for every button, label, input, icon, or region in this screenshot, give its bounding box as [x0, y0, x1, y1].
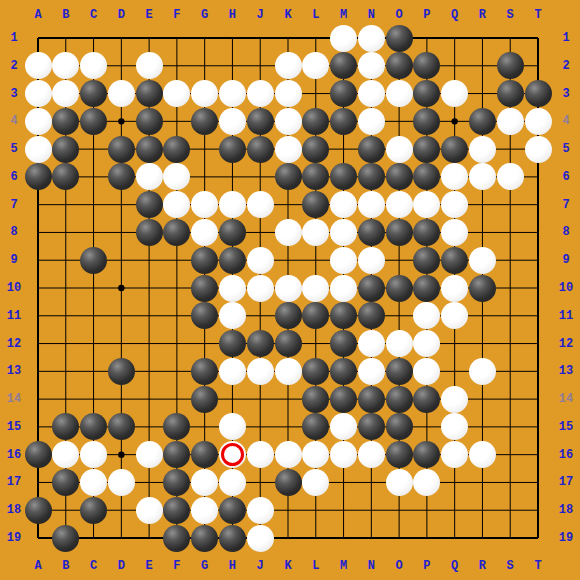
row-label-right: 7	[562, 199, 569, 211]
col-label-top: B	[62, 9, 69, 21]
stone-black	[136, 136, 163, 163]
stone-black	[52, 108, 79, 135]
row-label-right: 8	[562, 226, 569, 238]
row-label-right: 4	[562, 115, 569, 127]
col-label-bottom: K	[284, 560, 291, 572]
stone-black	[358, 413, 385, 440]
stone-black	[163, 136, 190, 163]
stone-black	[358, 136, 385, 163]
stone-black	[80, 80, 107, 107]
row-label-left: 11	[7, 310, 21, 322]
stone-black	[191, 275, 218, 302]
stone-white	[358, 80, 385, 107]
stone-white	[247, 275, 274, 302]
stone-black	[108, 136, 135, 163]
star-point	[118, 451, 124, 457]
stone-white	[219, 302, 246, 329]
col-label-bottom: T	[534, 560, 541, 572]
stone-black	[219, 525, 246, 552]
stone-white	[330, 275, 357, 302]
stone-black	[25, 441, 52, 468]
stone-white	[191, 469, 218, 496]
stone-white	[219, 80, 246, 107]
stone-black	[191, 358, 218, 385]
stone-black	[108, 358, 135, 385]
stone-black	[136, 108, 163, 135]
col-label-top: E	[146, 9, 153, 21]
stone-black	[247, 108, 274, 135]
stone-white	[386, 191, 413, 218]
stone-black	[25, 497, 52, 524]
stone-black	[330, 330, 357, 357]
stone-black	[497, 80, 524, 107]
star-point	[118, 285, 124, 291]
stone-white	[358, 247, 385, 274]
stone-white	[358, 108, 385, 135]
row-label-left: 3	[10, 88, 17, 100]
stone-black	[80, 497, 107, 524]
stone-black	[191, 108, 218, 135]
stone-black	[386, 358, 413, 385]
stone-black	[386, 219, 413, 246]
col-label-bottom: R	[479, 560, 486, 572]
stone-white	[441, 275, 468, 302]
col-label-bottom: D	[118, 560, 125, 572]
row-label-left: 15	[7, 421, 21, 433]
stone-white	[191, 497, 218, 524]
stone-black	[469, 275, 496, 302]
row-label-right: 9	[562, 254, 569, 266]
stone-black	[386, 386, 413, 413]
stone-white	[275, 358, 302, 385]
stone-black	[52, 136, 79, 163]
stone-black	[191, 525, 218, 552]
row-label-right: 12	[559, 338, 573, 350]
star-point	[451, 118, 457, 124]
col-label-top: O	[396, 9, 403, 21]
stone-white	[136, 52, 163, 79]
stone-black	[191, 386, 218, 413]
stone-white	[386, 469, 413, 496]
col-label-top: A	[34, 9, 41, 21]
stone-black	[330, 80, 357, 107]
stone-white	[25, 80, 52, 107]
row-label-right: 19	[559, 532, 573, 544]
stone-white	[80, 469, 107, 496]
stone-black	[386, 275, 413, 302]
col-label-top: R	[479, 9, 486, 21]
row-label-left: 1	[10, 32, 17, 44]
stone-black	[413, 275, 440, 302]
stone-black	[386, 163, 413, 190]
stone-black	[108, 163, 135, 190]
stone-white	[108, 469, 135, 496]
col-label-top: G	[201, 9, 208, 21]
stone-black	[219, 136, 246, 163]
col-label-top: C	[90, 9, 97, 21]
row-label-left: 4	[10, 115, 17, 127]
row-label-left: 14	[7, 393, 21, 405]
col-label-bottom: O	[396, 560, 403, 572]
stone-black	[358, 302, 385, 329]
row-label-right: 2	[562, 60, 569, 72]
stone-white	[469, 358, 496, 385]
stone-white	[80, 441, 107, 468]
stone-white	[136, 497, 163, 524]
stone-black	[413, 386, 440, 413]
row-label-left: 9	[10, 254, 17, 266]
stone-white	[219, 469, 246, 496]
stone-black	[358, 163, 385, 190]
stone-white	[330, 25, 357, 52]
stone-white	[247, 191, 274, 218]
col-label-bottom: C	[90, 560, 97, 572]
stone-white	[25, 108, 52, 135]
col-label-top: N	[368, 9, 375, 21]
col-label-top: D	[118, 9, 125, 21]
row-label-left: 13	[7, 365, 21, 377]
row-label-right: 1	[562, 32, 569, 44]
stone-black	[219, 219, 246, 246]
col-label-top: P	[423, 9, 430, 21]
go-board-screen: AABBCCDDEEFFGGHHJJKKLLMMNNOOPPQQRRSSTT11…	[0, 0, 580, 580]
stone-white	[330, 191, 357, 218]
stone-black	[497, 52, 524, 79]
stone-white	[108, 80, 135, 107]
row-label-left: 8	[10, 226, 17, 238]
stone-black	[247, 136, 274, 163]
col-label-bottom: J	[257, 560, 264, 572]
col-label-bottom: M	[340, 560, 347, 572]
stone-black	[219, 497, 246, 524]
col-label-top: T	[534, 9, 541, 21]
stone-black	[136, 80, 163, 107]
stone-black	[108, 413, 135, 440]
row-label-left: 18	[7, 504, 21, 516]
stone-black	[136, 219, 163, 246]
stone-white	[302, 275, 329, 302]
row-label-left: 7	[10, 199, 17, 211]
stone-black	[386, 52, 413, 79]
row-label-left: 6	[10, 171, 17, 183]
row-label-right: 13	[559, 365, 573, 377]
stone-white	[386, 330, 413, 357]
col-label-bottom: S	[507, 560, 514, 572]
stone-black	[163, 525, 190, 552]
stone-white	[330, 441, 357, 468]
stone-white	[302, 469, 329, 496]
stone-white	[275, 441, 302, 468]
stone-black	[52, 469, 79, 496]
stone-white	[136, 441, 163, 468]
stone-white	[469, 441, 496, 468]
row-label-left: 12	[7, 338, 21, 350]
stone-black	[469, 108, 496, 135]
stone-white	[219, 108, 246, 135]
stone-white	[358, 52, 385, 79]
stone-black	[275, 302, 302, 329]
col-label-top: M	[340, 9, 347, 21]
col-label-bottom: P	[423, 560, 430, 572]
row-label-right: 16	[559, 449, 573, 461]
stone-black	[441, 136, 468, 163]
last-move-marker	[221, 443, 244, 466]
stone-black	[302, 108, 329, 135]
col-label-bottom: F	[173, 560, 180, 572]
col-label-top: S	[507, 9, 514, 21]
stone-black	[386, 413, 413, 440]
row-label-left: 16	[7, 449, 21, 461]
stone-black	[275, 163, 302, 190]
row-label-right: 17	[559, 476, 573, 488]
stone-white	[441, 80, 468, 107]
stone-white	[497, 163, 524, 190]
stone-white	[275, 275, 302, 302]
stone-white	[330, 219, 357, 246]
stone-black	[302, 386, 329, 413]
col-label-bottom: L	[312, 560, 319, 572]
stone-white	[247, 358, 274, 385]
stone-black	[163, 497, 190, 524]
stone-white	[25, 136, 52, 163]
row-label-right: 6	[562, 171, 569, 183]
stone-black	[247, 330, 274, 357]
row-label-left: 5	[10, 143, 17, 155]
stone-white	[247, 247, 274, 274]
stone-white	[247, 525, 274, 552]
col-label-top: Q	[451, 9, 458, 21]
row-label-right: 14	[559, 393, 573, 405]
stone-black	[358, 275, 385, 302]
stone-white	[275, 136, 302, 163]
stone-white	[275, 80, 302, 107]
stone-white	[386, 136, 413, 163]
stone-black	[525, 80, 552, 107]
stone-black	[80, 108, 107, 135]
stone-black	[386, 441, 413, 468]
stone-white	[275, 219, 302, 246]
stone-white	[358, 358, 385, 385]
stone-white	[136, 163, 163, 190]
row-label-right: 11	[559, 310, 573, 322]
stone-black	[330, 358, 357, 385]
stone-white	[358, 191, 385, 218]
stone-white	[469, 247, 496, 274]
row-label-left: 10	[7, 282, 21, 294]
row-label-right: 10	[559, 282, 573, 294]
row-label-left: 17	[7, 476, 21, 488]
col-label-top: L	[312, 9, 319, 21]
col-label-bottom: H	[229, 560, 236, 572]
stone-black	[358, 386, 385, 413]
stone-white	[525, 136, 552, 163]
star-point	[118, 118, 124, 124]
stone-white	[275, 108, 302, 135]
row-label-right: 5	[562, 143, 569, 155]
stone-white	[247, 497, 274, 524]
stone-black	[136, 191, 163, 218]
col-label-top: H	[229, 9, 236, 21]
row-label-left: 19	[7, 532, 21, 544]
stone-white	[413, 358, 440, 385]
stone-black	[441, 247, 468, 274]
stone-white	[25, 52, 52, 79]
stone-white	[386, 80, 413, 107]
stone-black	[302, 358, 329, 385]
stone-black	[80, 247, 107, 274]
col-label-top: F	[173, 9, 180, 21]
stone-black	[330, 386, 357, 413]
col-label-top: K	[284, 9, 291, 21]
stone-white	[497, 108, 524, 135]
col-label-bottom: B	[62, 560, 69, 572]
stone-white	[358, 441, 385, 468]
col-label-bottom: N	[368, 560, 375, 572]
stone-black	[386, 25, 413, 52]
stone-white	[219, 275, 246, 302]
stone-white	[247, 80, 274, 107]
stone-black	[25, 163, 52, 190]
stone-black	[358, 219, 385, 246]
stone-black	[275, 330, 302, 357]
col-label-bottom: E	[146, 560, 153, 572]
stone-white	[191, 219, 218, 246]
row-label-right: 15	[559, 421, 573, 433]
col-label-bottom: A	[34, 560, 41, 572]
stone-white	[358, 25, 385, 52]
stone-white	[219, 191, 246, 218]
col-label-bottom: G	[201, 560, 208, 572]
stone-white	[441, 219, 468, 246]
stone-black	[191, 247, 218, 274]
stone-black	[413, 247, 440, 274]
stone-white	[525, 108, 552, 135]
stone-white	[302, 219, 329, 246]
stone-white	[330, 247, 357, 274]
stone-black	[302, 136, 329, 163]
stone-white	[275, 52, 302, 79]
stone-white	[219, 358, 246, 385]
stone-black	[219, 330, 246, 357]
stone-black	[413, 108, 440, 135]
stone-white	[247, 441, 274, 468]
row-label-right: 18	[559, 504, 573, 516]
row-label-left: 2	[10, 60, 17, 72]
stone-white	[358, 330, 385, 357]
stone-white	[191, 80, 218, 107]
stone-black	[330, 108, 357, 135]
stone-black	[52, 525, 79, 552]
col-label-top: J	[257, 9, 264, 21]
stone-white	[469, 136, 496, 163]
stone-black	[275, 469, 302, 496]
row-label-right: 3	[562, 88, 569, 100]
stone-black	[219, 247, 246, 274]
col-label-bottom: Q	[451, 560, 458, 572]
stone-white	[441, 386, 468, 413]
stone-black	[413, 136, 440, 163]
